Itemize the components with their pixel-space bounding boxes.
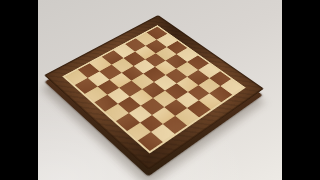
letterbox-left <box>0 0 38 180</box>
letterbox-right <box>282 0 320 180</box>
video-frame <box>0 0 320 180</box>
photo-surface <box>38 0 282 180</box>
board-frame <box>44 15 264 170</box>
chessboard <box>44 15 264 170</box>
